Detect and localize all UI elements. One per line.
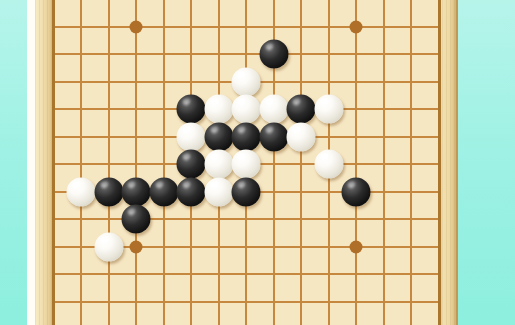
black-stone [287, 95, 316, 124]
white-stone [287, 122, 316, 151]
black-stone [177, 95, 206, 124]
star-point [130, 240, 143, 253]
star-point [130, 20, 143, 33]
gomoku-game-screen [0, 0, 515, 325]
star-point [350, 20, 363, 33]
white-stone [67, 177, 96, 206]
black-stone [177, 177, 206, 206]
grid-line [55, 26, 438, 28]
grid-line [55, 301, 438, 303]
white-stone [204, 177, 233, 206]
black-stone [204, 122, 233, 151]
black-stone [94, 177, 123, 206]
black-stone [259, 122, 288, 151]
black-stone [259, 40, 288, 69]
white-stone [94, 232, 123, 261]
black-stone [149, 177, 178, 206]
board-wood-right-rail [442, 0, 458, 325]
grid-line [55, 218, 438, 220]
goban-board[interactable] [52, 0, 441, 325]
board-wood-left-rail [35, 0, 52, 325]
white-stone [232, 150, 261, 179]
black-stone [122, 177, 151, 206]
grid-line [55, 53, 438, 55]
black-stone [342, 177, 371, 206]
white-stone [177, 122, 206, 151]
white-stone [232, 67, 261, 96]
white-stone [204, 150, 233, 179]
grid-line [55, 273, 438, 275]
black-stone [177, 150, 206, 179]
white-stone [314, 95, 343, 124]
white-stone [259, 95, 288, 124]
board-white-edge [27, 0, 35, 325]
black-stone [232, 122, 261, 151]
black-stone [122, 205, 151, 234]
white-stone [204, 95, 233, 124]
star-point [350, 240, 363, 253]
white-stone [314, 150, 343, 179]
black-stone [232, 177, 261, 206]
white-stone [232, 95, 261, 124]
